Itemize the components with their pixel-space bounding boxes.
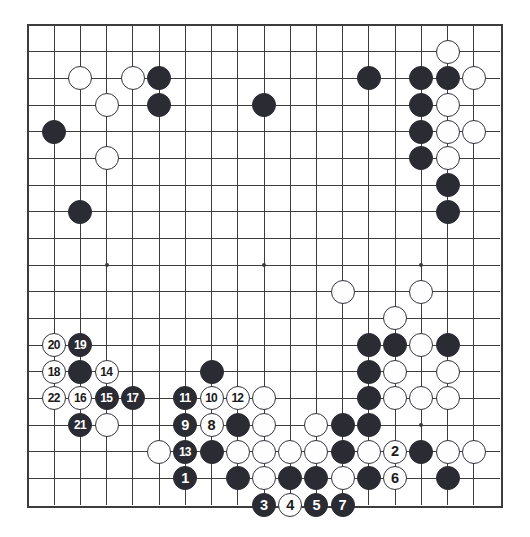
black-stone[interactable] <box>357 333 381 357</box>
black-stone[interactable]: 11 <box>173 386 197 410</box>
white-stone[interactable] <box>304 440 328 464</box>
white-stone[interactable] <box>147 440 171 464</box>
white-stone[interactable] <box>409 280 433 304</box>
white-stone[interactable]: 2 <box>383 440 407 464</box>
move-number: 6 <box>391 471 399 486</box>
stones-grid: 20191814221615171110122198132163457 <box>15 12 513 519</box>
black-stone[interactable]: 21 <box>68 413 92 437</box>
black-stone[interactable] <box>436 466 460 490</box>
black-stone[interactable] <box>436 173 460 197</box>
white-stone[interactable] <box>462 440 486 464</box>
move-number: 3 <box>260 498 268 513</box>
white-stone[interactable]: 14 <box>95 360 119 384</box>
white-stone[interactable] <box>252 413 276 437</box>
move-number: 7 <box>339 498 347 513</box>
white-stone[interactable] <box>436 40 460 64</box>
white-stone[interactable] <box>95 146 119 170</box>
move-number: 2 <box>391 444 399 459</box>
move-number: 4 <box>286 498 294 513</box>
black-stone[interactable]: 17 <box>121 386 145 410</box>
move-number: 20 <box>48 339 60 351</box>
white-stone[interactable]: 10 <box>200 386 224 410</box>
black-stone[interactable] <box>357 386 381 410</box>
black-stone[interactable] <box>409 66 433 90</box>
black-stone[interactable] <box>304 466 328 490</box>
white-stone[interactable] <box>331 280 355 304</box>
white-stone[interactable] <box>409 333 433 357</box>
black-stone[interactable] <box>68 360 92 384</box>
white-stone[interactable] <box>304 413 328 437</box>
black-stone[interactable]: 19 <box>68 333 92 357</box>
white-stone[interactable]: 18 <box>42 360 66 384</box>
black-stone[interactable] <box>147 66 171 90</box>
black-stone[interactable]: 9 <box>173 413 197 437</box>
black-stone[interactable]: 7 <box>331 493 355 517</box>
move-number: 15 <box>100 392 112 404</box>
white-stone[interactable]: 6 <box>383 466 407 490</box>
white-stone[interactable] <box>436 146 460 170</box>
white-stone[interactable] <box>436 93 460 117</box>
white-stone[interactable] <box>436 440 460 464</box>
white-stone[interactable] <box>278 440 302 464</box>
black-stone[interactable] <box>200 360 224 384</box>
white-stone[interactable] <box>226 440 250 464</box>
black-stone[interactable]: 5 <box>304 493 328 517</box>
move-number: 18 <box>48 366 60 378</box>
black-stone[interactable] <box>331 440 355 464</box>
white-stone[interactable] <box>68 66 92 90</box>
black-stone[interactable] <box>278 466 302 490</box>
white-stone[interactable]: 8 <box>200 413 224 437</box>
move-number: 16 <box>74 392 86 404</box>
black-stone[interactable] <box>147 93 171 117</box>
move-number: 19 <box>74 339 86 351</box>
black-stone[interactable] <box>409 440 433 464</box>
white-stone[interactable] <box>383 360 407 384</box>
move-number: 8 <box>207 418 215 433</box>
black-stone[interactable] <box>409 93 433 117</box>
white-stone[interactable] <box>383 306 407 330</box>
move-number: 13 <box>179 446 191 458</box>
black-stone[interactable] <box>252 93 276 117</box>
white-stone[interactable] <box>252 466 276 490</box>
black-stone[interactable]: 15 <box>95 386 119 410</box>
move-number: 1 <box>181 471 189 486</box>
black-stone[interactable] <box>357 66 381 90</box>
white-stone[interactable] <box>462 66 486 90</box>
move-number: 14 <box>100 366 112 378</box>
white-stone[interactable] <box>252 386 276 410</box>
black-stone[interactable] <box>357 413 381 437</box>
black-stone[interactable]: 13 <box>173 440 197 464</box>
move-number: 12 <box>231 392 243 404</box>
white-stone[interactable]: 16 <box>68 386 92 410</box>
black-stone[interactable] <box>409 120 433 144</box>
black-stone[interactable] <box>200 440 224 464</box>
move-number: 21 <box>74 419 86 431</box>
black-stone[interactable] <box>436 200 460 224</box>
white-stone[interactable] <box>357 440 381 464</box>
black-stone[interactable] <box>226 413 250 437</box>
black-stone[interactable] <box>42 120 66 144</box>
go-board[interactable]: 20191814221615171110122198132163457 <box>28 25 500 505</box>
white-stone[interactable]: 22 <box>42 386 66 410</box>
black-stone[interactable] <box>226 466 250 490</box>
white-stone[interactable]: 20 <box>42 333 66 357</box>
move-number: 17 <box>127 392 139 404</box>
white-stone[interactable] <box>121 66 145 90</box>
white-stone[interactable] <box>95 413 119 437</box>
white-stone[interactable]: 12 <box>226 386 250 410</box>
white-stone[interactable] <box>436 386 460 410</box>
black-stone[interactable]: 1 <box>173 466 197 490</box>
black-stone[interactable]: 3 <box>252 493 276 517</box>
black-stone[interactable] <box>331 413 355 437</box>
move-number: 22 <box>48 392 60 404</box>
white-stone[interactable] <box>462 120 486 144</box>
white-stone[interactable] <box>95 93 119 117</box>
white-stone[interactable] <box>252 440 276 464</box>
white-stone[interactable] <box>383 386 407 410</box>
black-stone[interactable] <box>383 333 407 357</box>
black-stone[interactable] <box>357 466 381 490</box>
white-stone[interactable] <box>436 120 460 144</box>
white-stone[interactable] <box>436 360 460 384</box>
black-stone[interactable] <box>68 200 92 224</box>
move-number: 9 <box>181 418 189 433</box>
move-number: 11 <box>179 392 190 404</box>
white-stone[interactable] <box>409 386 433 410</box>
black-stone[interactable] <box>357 360 381 384</box>
white-stone[interactable]: 4 <box>278 493 302 517</box>
move-number: 10 <box>205 392 217 404</box>
black-stone[interactable] <box>436 333 460 357</box>
black-stone[interactable] <box>436 66 460 90</box>
move-number: 5 <box>312 498 320 513</box>
black-stone[interactable] <box>409 146 433 170</box>
white-stone[interactable] <box>331 466 355 490</box>
